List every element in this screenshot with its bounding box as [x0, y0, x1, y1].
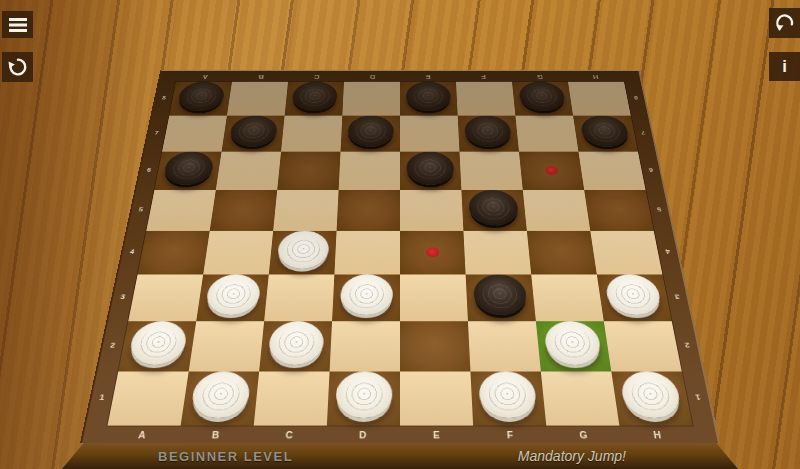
level-banner: BEGINNER LEVEL [158, 449, 293, 464]
square-G7[interactable] [515, 116, 578, 152]
square-A5[interactable] [146, 190, 216, 231]
square-G6[interactable] [519, 152, 584, 190]
square-C6[interactable] [277, 152, 340, 190]
white-piece-D3[interactable] [340, 274, 393, 315]
file-label-top-A: A [201, 74, 208, 80]
square-G3[interactable] [531, 274, 604, 321]
square-C8[interactable] [285, 82, 344, 116]
square-B8[interactable] [227, 82, 288, 116]
file-label-top-C: C [313, 74, 320, 80]
square-G2[interactable] [536, 321, 611, 371]
square-A7[interactable] [162, 116, 227, 152]
square-G5[interactable] [523, 190, 591, 231]
game-scene: ABCDEFGH 87654321 87654321 ABCDEFGH BEGI… [0, 0, 800, 469]
square-H1[interactable] [611, 372, 692, 426]
white-piece-C4[interactable] [276, 231, 329, 269]
square-F8[interactable] [456, 82, 515, 116]
file-label-bottom-F: F [506, 430, 514, 440]
square-A2[interactable] [118, 321, 196, 371]
square-B3[interactable] [196, 274, 269, 321]
square-D8[interactable] [342, 82, 400, 116]
square-F2[interactable] [468, 321, 541, 371]
square-B1[interactable] [181, 372, 260, 426]
square-D6[interactable] [339, 152, 400, 190]
square-E5[interactable] [400, 190, 463, 231]
board-frame: ABCDEFGH 87654321 87654321 ABCDEFGH [80, 70, 720, 443]
rank-label-left-5: 5 [138, 206, 144, 213]
hamburger-icon [8, 17, 28, 33]
square-D4[interactable] [334, 231, 400, 275]
white-piece-F1[interactable] [478, 372, 538, 419]
white-piece-H1[interactable] [619, 372, 683, 419]
square-D3[interactable] [332, 274, 400, 321]
square-E4[interactable] [400, 231, 466, 275]
dark-piece-A6[interactable] [162, 152, 215, 185]
file-label-bottom-B: B [211, 430, 220, 440]
square-C5[interactable] [273, 190, 338, 231]
square-D7[interactable] [341, 116, 400, 152]
menu-button[interactable] [2, 11, 33, 38]
square-F7[interactable] [458, 116, 519, 152]
square-H4[interactable] [590, 231, 662, 275]
file-label-bottom-C: C [285, 430, 294, 440]
square-H8[interactable] [568, 82, 631, 116]
square-C1[interactable] [254, 372, 330, 426]
white-piece-G2[interactable] [543, 321, 603, 365]
rank-label-right-3: 3 [674, 293, 680, 301]
file-label-bottom-G: G [579, 430, 589, 440]
square-G4[interactable] [527, 231, 597, 275]
square-H3[interactable] [597, 274, 672, 321]
square-A1[interactable] [107, 372, 188, 426]
file-label-top-B: B [257, 74, 264, 80]
board-front-face: BEGINNER LEVEL Mandatory Jump! [62, 443, 738, 469]
square-B5[interactable] [210, 190, 278, 231]
square-B4[interactable] [203, 231, 273, 275]
rank-label-right-2: 2 [684, 341, 690, 349]
rank-label-right-7: 7 [641, 130, 646, 136]
file-label-top-E: E [425, 74, 431, 80]
dark-piece-E8[interactable] [406, 82, 451, 111]
dark-piece-B7[interactable] [229, 116, 279, 147]
rank-label-left-7: 7 [154, 130, 159, 136]
dark-piece-E6[interactable] [406, 152, 454, 185]
rank-label-right-6: 6 [648, 167, 653, 173]
dark-piece-C8[interactable] [291, 82, 338, 111]
square-D1[interactable] [327, 372, 400, 426]
square-E1[interactable] [400, 372, 473, 426]
white-piece-D1[interactable] [335, 372, 392, 419]
square-F1[interactable] [470, 372, 546, 426]
rank-label-left-8: 8 [161, 95, 166, 100]
info-button[interactable]: i [769, 52, 800, 81]
file-label-top-D: D [369, 74, 375, 80]
square-C4[interactable] [269, 231, 337, 275]
square-E8[interactable] [400, 82, 458, 116]
info-icon: i [782, 57, 787, 77]
square-A6[interactable] [154, 152, 221, 190]
square-H5[interactable] [584, 190, 654, 231]
white-piece-B3[interactable] [204, 274, 261, 315]
square-B2[interactable] [189, 321, 264, 371]
square-A4[interactable] [138, 231, 210, 275]
board-3d-container: ABCDEFGH 87654321 87654321 ABCDEFGH [80, 70, 720, 443]
board-middle: 87654321 87654321 [86, 81, 715, 426]
dark-piece-F3[interactable] [473, 274, 528, 315]
checkers-board[interactable] [106, 81, 693, 426]
undo-arrow-icon [774, 12, 796, 34]
file-label-bottom-D: D [359, 430, 367, 440]
square-D5[interactable] [337, 190, 400, 231]
square-H2[interactable] [604, 321, 682, 371]
square-A3[interactable] [128, 274, 203, 321]
dark-piece-D7[interactable] [347, 116, 394, 147]
square-F6[interactable] [459, 152, 522, 190]
square-F3[interactable] [466, 274, 536, 321]
rank-label-left-2: 2 [110, 341, 116, 349]
file-label-top-G: G [536, 74, 543, 80]
rank-label-left-6: 6 [146, 167, 151, 173]
square-G8[interactable] [512, 82, 573, 116]
dark-piece-H7[interactable] [579, 116, 630, 147]
status-message: Mandatory Jump! [518, 448, 626, 464]
rank-label-left-1: 1 [99, 393, 106, 402]
square-D2[interactable] [330, 321, 400, 371]
file-label-bottom-H: H [653, 430, 663, 440]
square-G1[interactable] [541, 372, 620, 426]
file-label-bottom-E: E [433, 430, 441, 440]
undo-button[interactable] [769, 8, 800, 38]
square-C7[interactable] [281, 116, 342, 152]
white-piece-B1[interactable] [190, 372, 252, 419]
square-B6[interactable] [216, 152, 281, 190]
square-F4[interactable] [463, 231, 531, 275]
dark-piece-F7[interactable] [464, 116, 512, 147]
file-labels-top: ABCDEFGH [176, 72, 640, 81]
dark-piece-G8[interactable] [518, 82, 566, 111]
rank-label-left-3: 3 [120, 293, 126, 301]
restart-button[interactable] [2, 52, 33, 82]
square-F5[interactable] [461, 190, 526, 231]
square-E2[interactable] [400, 321, 470, 371]
rank-label-right-8: 8 [634, 95, 639, 100]
rank-label-right-4: 4 [665, 248, 671, 255]
square-C3[interactable] [264, 274, 334, 321]
white-piece-C2[interactable] [267, 321, 324, 365]
white-piece-H3[interactable] [604, 274, 663, 315]
rank-label-left-4: 4 [129, 248, 135, 255]
square-A8[interactable] [169, 82, 232, 116]
square-E3[interactable] [400, 274, 468, 321]
move-target-dot-E4[interactable] [426, 247, 439, 257]
square-B7[interactable] [222, 116, 285, 152]
rank-label-right-1: 1 [695, 393, 702, 402]
move-target-dot-G6[interactable] [545, 166, 558, 175]
square-C2[interactable] [259, 321, 332, 371]
file-label-bottom-A: A [137, 430, 147, 440]
white-piece-A2[interactable] [127, 321, 189, 365]
file-labels-bottom: ABCDEFGH [104, 426, 718, 443]
square-H6[interactable] [578, 152, 645, 190]
rank-label-right-5: 5 [656, 206, 662, 213]
dark-piece-A8[interactable] [176, 82, 226, 111]
square-E6[interactable] [400, 152, 461, 190]
square-E7[interactable] [400, 116, 459, 152]
circular-arrow-icon [7, 56, 29, 78]
file-label-top-F: F [481, 74, 487, 80]
square-H7[interactable] [573, 116, 638, 152]
dark-piece-F5[interactable] [468, 190, 519, 225]
file-label-top-H: H [591, 74, 598, 80]
